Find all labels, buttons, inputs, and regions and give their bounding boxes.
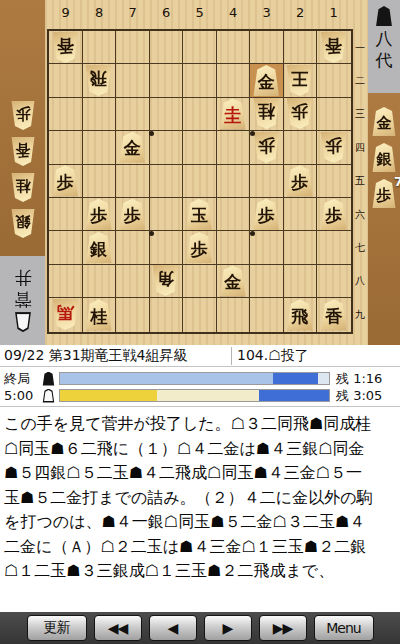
name-char: 代: [376, 51, 393, 71]
square-35: [250, 165, 284, 198]
piece-glyph: 金: [377, 116, 392, 131]
rank-label-2: 二: [352, 64, 368, 97]
step-forward-button[interactable]: ▶: [204, 615, 252, 641]
square-27: [284, 231, 318, 264]
piece-glyph: 玉: [191, 207, 208, 224]
square-24: [284, 131, 318, 164]
square-75: [116, 165, 150, 198]
gote-nameplate-rotated: 菅井: [14, 268, 32, 332]
square-99: 馬: [49, 298, 83, 331]
sente-piece-歩: 歩: [51, 165, 80, 196]
square-22: 王: [284, 64, 318, 97]
white-piece-icon: [42, 389, 55, 403]
sente-piece-銀: 銀: [84, 232, 113, 263]
square-64: [150, 131, 184, 164]
commentary-text[interactable]: この手を見て菅井が投了した。☖３二同飛☗同成桂☖同玉☗６二飛に（１）☖４二金は☗…: [0, 407, 400, 612]
square-61: [150, 31, 184, 64]
sente-piece-銀: 銀: [371, 143, 397, 172]
sente-piece-歩: 歩: [285, 165, 314, 196]
sente-piece-飛: 飛: [285, 299, 314, 330]
square-92: [49, 64, 83, 97]
piece-glyph: 金: [224, 274, 241, 291]
commentary-line-1: この手を見て菅井が投了した。☖３二同飛☗同成桂: [4, 412, 396, 437]
gote-piece-香: 香: [51, 32, 80, 63]
hoshi-dot-2: [250, 131, 255, 136]
square-39: [250, 298, 284, 331]
piece-glyph: 香: [325, 308, 342, 325]
hoshi-dot-1: [149, 131, 154, 136]
name-char: 菅: [14, 290, 31, 310]
piece-glyph: 金: [124, 140, 141, 157]
time-bar-segment-3: [318, 373, 329, 384]
menu-button[interactable]: Menu: [314, 615, 374, 641]
sente-piece-桂: 桂: [84, 299, 113, 330]
piece-glyph: 桂: [90, 308, 107, 325]
file-label-1: 1: [317, 5, 351, 20]
square-74: 金: [116, 131, 150, 164]
piece-glyph: 歩: [291, 104, 308, 121]
square-13: [317, 98, 351, 131]
square-19: 香: [317, 298, 351, 331]
sente-piece-歩: 歩: [118, 199, 147, 230]
commentary-line-4: 玉☗５二金打までの詰み。（２）４二に金以外の駒: [4, 486, 396, 511]
piece-glyph: 金: [258, 74, 275, 91]
square-82: 飛: [83, 64, 117, 97]
file-label-2: 2: [284, 5, 318, 20]
square-23: 歩: [284, 98, 318, 131]
square-16: 歩: [317, 198, 351, 231]
square-47: [217, 231, 251, 264]
piece-glyph: 香: [15, 143, 30, 158]
gote-clock-label: 5:00: [4, 388, 38, 403]
square-25: 歩: [284, 165, 318, 198]
sente-piece-香: 香: [319, 299, 348, 330]
rank-label-4: 四: [352, 131, 368, 164]
piece-glyph: 銀: [90, 241, 107, 258]
time-bar-segment-1: [60, 373, 273, 384]
square-44: [217, 131, 251, 164]
gote-piece-飛: 飛: [84, 65, 113, 96]
commentary-line-2: ☖同玉☗６二飛に（１）☖４二金は☗４三銀☖同金: [4, 437, 396, 462]
square-15: [317, 165, 351, 198]
square-65: [150, 165, 184, 198]
square-83: [83, 98, 117, 131]
file-label-8: 8: [83, 5, 117, 20]
piece-glyph: 桂: [15, 179, 30, 194]
piece-glyph: 歩: [291, 174, 308, 191]
square-12: [317, 64, 351, 97]
file-label-4: 4: [217, 5, 251, 20]
piece-glyph: 歩: [124, 207, 141, 224]
square-21: [284, 31, 318, 64]
piece-glyph: 歩: [15, 107, 30, 122]
square-91: 香: [49, 31, 83, 64]
piece-glyph: 歩: [57, 174, 74, 191]
gote-time-remaining: 残 3:05: [334, 387, 396, 405]
piece-glyph: 香: [57, 37, 74, 54]
square-46: [217, 198, 251, 231]
rank-label-6: 六: [352, 198, 368, 231]
sente-player-plate: 八代: [368, 0, 400, 93]
square-43: 圭: [217, 98, 251, 131]
gote-piece-歩: 歩: [252, 132, 281, 163]
file-coordinates: 987654321: [49, 5, 351, 20]
square-38: [250, 265, 284, 298]
sente-piece-玉: 玉: [185, 199, 214, 230]
file-label-6: 6: [150, 5, 184, 20]
clock-panel: 終局残 1:165:00残 3:05: [0, 367, 400, 407]
square-84: [83, 131, 117, 164]
square-28: [284, 265, 318, 298]
piece-glyph: 角: [157, 271, 174, 288]
square-85: [83, 165, 117, 198]
gote-hand-銀: 銀: [10, 209, 36, 238]
square-57: 歩: [183, 231, 217, 264]
square-98: [49, 265, 83, 298]
gote-piece-王: 王: [285, 65, 314, 96]
square-78: [116, 265, 150, 298]
square-77: [116, 231, 150, 264]
hoshi-dot-4: [250, 231, 255, 236]
square-81: [83, 31, 117, 64]
rank-label-9: 九: [352, 298, 368, 331]
sente-piece-圭: 圭: [218, 98, 247, 129]
piece-glyph: 歩: [191, 241, 208, 258]
square-63: [150, 98, 184, 131]
square-42: [217, 64, 251, 97]
commentary-line-3: ☗５四銀☖５二玉☗４二飛成☖同玉☗４三金☖５一: [4, 461, 396, 486]
rank-coordinates: 一二三四五六七八九: [352, 31, 368, 332]
gote-piece-香: 香: [319, 32, 348, 63]
rewind-button[interactable]: ◀◀: [94, 615, 142, 641]
square-97: [49, 231, 83, 264]
commentary-line-6: 二金に（Ａ）☖２二玉は☗４三金☖１三玉☗２二銀: [4, 535, 396, 560]
piece-glyph: 王: [291, 71, 308, 88]
sente-piece-金: 金: [371, 107, 397, 136]
square-31: [250, 31, 284, 64]
piece-glyph: 圭: [224, 107, 241, 124]
square-54: [183, 131, 217, 164]
gote-piece-香: 香: [10, 137, 36, 166]
square-88: [83, 265, 117, 298]
piece-glyph: 歩: [258, 137, 275, 154]
sente-hand-count-歩: 7: [394, 174, 400, 189]
piece-glyph: 銀: [15, 215, 30, 230]
name-char: 八: [376, 29, 393, 49]
gote-piece-歩: 歩: [319, 132, 348, 163]
board-background: 987654321 一二三四五六七八九 香香飛金王圭桂歩金歩歩歩歩歩歩玉歩歩銀歩…: [45, 0, 368, 345]
sente-piece-歩: 歩: [319, 199, 348, 230]
piece-glyph: 銀: [377, 152, 392, 167]
fast-forward-button[interactable]: ▶▶: [259, 615, 307, 641]
piece-glyph: 歩: [325, 137, 342, 154]
square-14: 歩: [317, 131, 351, 164]
square-79: [116, 298, 150, 331]
name-char: 井: [14, 268, 31, 288]
square-34: 歩: [250, 131, 284, 164]
commentary-line-5: を打つのは、☗４一銀☖同玉☗５二金☖３二玉☗４: [4, 510, 396, 535]
square-66: [150, 198, 184, 231]
black-piece-icon: [375, 6, 393, 26]
time-bar-segment-2: [273, 373, 319, 384]
square-26: [284, 198, 318, 231]
gote-piece-桂: 桂: [252, 98, 281, 129]
square-95: 歩: [49, 165, 83, 198]
square-53: [183, 98, 217, 131]
sente-hand-tray: 金銀歩7: [368, 93, 400, 345]
gote-player-name: 菅井: [14, 268, 31, 309]
piece-glyph: 飛: [291, 308, 308, 325]
rank-label-1: 一: [352, 31, 368, 64]
gote-piece-角: 角: [151, 265, 180, 296]
gote-hand-桂: 桂: [10, 173, 36, 202]
gote-piece-桂: 桂: [10, 173, 36, 202]
square-71: [116, 31, 150, 64]
sente-hand-金: 金: [371, 107, 397, 136]
square-94: [49, 131, 83, 164]
file-label-3: 3: [250, 5, 284, 20]
file-label-9: 9: [49, 5, 83, 20]
square-86: 歩: [83, 198, 117, 231]
square-41: [217, 31, 251, 64]
square-59: [183, 298, 217, 331]
square-69: [150, 298, 184, 331]
sente-clock-label: 終局: [4, 370, 38, 388]
title-bar: 09/22 第31期竜王戦4組昇級 104.☖投了: [0, 345, 400, 367]
square-96: [49, 198, 83, 231]
commentary-line-7: ☖１二玉☗３三銀成☖１三玉☗２二飛成まで、: [4, 559, 396, 584]
sente-piece-歩: 歩: [84, 199, 113, 230]
gote-player-plate: 菅井: [0, 256, 45, 345]
piece-glyph: 飛: [90, 71, 107, 88]
rank-label-5: 五: [352, 165, 368, 198]
gote-time-bar: [59, 389, 330, 402]
piece-glyph: 香: [325, 37, 342, 54]
square-93: [49, 98, 83, 131]
step-back-button[interactable]: ◀: [149, 615, 197, 641]
gote-piece-馬: 馬: [51, 299, 80, 330]
square-55: [183, 165, 217, 198]
square-17: [317, 231, 351, 264]
gote-piece-歩: 歩: [285, 98, 314, 129]
square-56: 玉: [183, 198, 217, 231]
board-area: 歩香桂銀 菅井 987654321 一二三四五六七八九 香香飛金王圭桂歩金歩歩歩…: [0, 0, 400, 345]
time-bar-segment-2: [157, 390, 259, 401]
square-52: [183, 64, 217, 97]
gote-hand-香: 香: [10, 137, 36, 166]
rank-label-8: 八: [352, 265, 368, 298]
hoshi-dot-3: [149, 231, 154, 236]
square-58: [183, 265, 217, 298]
piece-glyph: 馬: [57, 305, 74, 322]
sente-time-remaining: 残 1:16: [334, 370, 396, 388]
sente-piece-金: 金: [218, 265, 247, 296]
sente-clock-row: 終局残 1:16: [0, 370, 400, 387]
sente-piece-歩: 歩: [252, 199, 281, 230]
gote-clock-row: 5:00残 3:05: [0, 387, 400, 404]
square-37: [250, 231, 284, 264]
piece-glyph: 歩: [258, 207, 275, 224]
move-status: 104.☖投了: [231, 347, 400, 365]
white-piece-icon: [14, 313, 32, 333]
square-32: 金: [250, 64, 284, 97]
square-29: 飛: [284, 298, 318, 331]
square-72: [116, 64, 150, 97]
game-title: 09/22 第31期竜王戦4組昇級: [0, 347, 231, 365]
gote-piece-歩: 歩: [10, 101, 36, 130]
sente-piece-歩: 歩: [185, 232, 214, 263]
time-bar-segment-3: [259, 390, 329, 401]
sente-hand-歩: 歩7: [371, 179, 397, 208]
gote-hand-歩: 歩: [10, 101, 36, 130]
square-49: [217, 298, 251, 331]
square-33: 桂: [250, 98, 284, 131]
square-11: 香: [317, 31, 351, 64]
square-45: [217, 165, 251, 198]
file-label-5: 5: [183, 5, 217, 20]
app-screen: 歩香桂銀 菅井 987654321 一二三四五六七八九 香香飛金王圭桂歩金歩歩歩…: [0, 0, 400, 644]
square-68: 角: [150, 265, 184, 298]
square-87: 銀: [83, 231, 117, 264]
piece-glyph: 桂: [258, 104, 275, 121]
sente-hand-stack: 金銀歩7: [368, 107, 400, 208]
gote-hand-stack: 歩香桂銀: [0, 101, 45, 238]
square-73: [116, 98, 150, 131]
square-36: 歩: [250, 198, 284, 231]
square-89: 桂: [83, 298, 117, 331]
time-bar-segment-1: [60, 390, 157, 401]
piece-glyph: 歩: [325, 207, 342, 224]
sente-piece-金: 金: [252, 65, 281, 96]
update-button[interactable]: 更新: [27, 615, 87, 641]
file-label-7: 7: [116, 5, 150, 20]
rank-label-7: 七: [352, 231, 368, 264]
piece-glyph: 歩: [377, 188, 392, 203]
piece-glyph: 歩: [90, 207, 107, 224]
square-18: [317, 265, 351, 298]
gote-hand-tray: 歩香桂銀: [0, 0, 45, 256]
sente-piece-金: 金: [118, 132, 147, 163]
square-67: [150, 231, 184, 264]
square-76: 歩: [116, 198, 150, 231]
square-48: 金: [217, 265, 251, 298]
square-51: [183, 31, 217, 64]
shogi-board: 香香飛金王圭桂歩金歩歩歩歩歩歩玉歩歩銀歩角金馬桂飛香: [47, 29, 353, 334]
sente-time-bar: [59, 372, 330, 385]
sente-player-name: 八代: [376, 29, 393, 70]
square-62: [150, 64, 184, 97]
black-piece-icon: [42, 372, 55, 386]
sente-hand-銀: 銀: [371, 143, 397, 172]
rank-label-3: 三: [352, 98, 368, 131]
gote-piece-銀: 銀: [10, 209, 36, 238]
bottom-toolbar: 更新◀◀◀▶▶▶Menu: [0, 612, 400, 644]
